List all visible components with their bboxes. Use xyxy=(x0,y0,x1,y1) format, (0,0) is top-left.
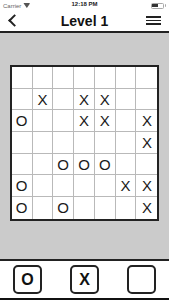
battery-icon xyxy=(151,3,164,9)
cell-r7c7[interactable]: X xyxy=(136,197,157,219)
cell-r7c2[interactable] xyxy=(33,197,54,219)
cell-r2c4[interactable]: X xyxy=(74,89,95,111)
cell-r2c1[interactable] xyxy=(12,89,33,111)
cell-r2c2[interactable]: X xyxy=(33,89,54,111)
cell-r3c4[interactable]: X xyxy=(74,110,95,132)
menu-button[interactable] xyxy=(146,16,161,25)
cell-r1c1[interactable] xyxy=(12,67,33,89)
board: XXXOXXXXOOOOXXOOX xyxy=(10,65,160,221)
cell-r6c2[interactable] xyxy=(33,175,54,197)
cell-r1c3[interactable] xyxy=(53,67,74,89)
cell-r1c2[interactable] xyxy=(33,67,54,89)
cell-r6c5[interactable] xyxy=(95,175,116,197)
back-button[interactable] xyxy=(8,14,22,28)
cell-r5c7[interactable] xyxy=(136,154,157,176)
cell-r7c6[interactable] xyxy=(116,197,137,219)
cell-r5c1[interactable] xyxy=(12,154,33,176)
cell-r5c2[interactable] xyxy=(33,154,54,176)
cell-r6c1[interactable]: O xyxy=(12,175,33,197)
cell-r4c2[interactable] xyxy=(33,132,54,154)
app-screen: Carrier 12:18 PM Level 1 XXXOXXXXOOOOXXO… xyxy=(0,0,169,300)
cell-r2c3[interactable] xyxy=(53,89,74,111)
cell-r3c5[interactable]: X xyxy=(95,110,116,132)
cell-r3c1[interactable]: O xyxy=(12,110,33,132)
menu-icon-bar xyxy=(146,20,161,22)
cell-r3c7[interactable]: X xyxy=(136,110,157,132)
cell-r2c7[interactable] xyxy=(136,89,157,111)
mark-o-button[interactable]: O xyxy=(13,265,42,294)
cell-r7c5[interactable] xyxy=(95,197,116,219)
cell-r4c1[interactable] xyxy=(12,132,33,154)
cell-r1c6[interactable] xyxy=(116,67,137,89)
cell-r3c2[interactable] xyxy=(33,110,54,132)
carrier-label: Carrier xyxy=(3,3,21,9)
cell-r5c6[interactable] xyxy=(116,154,137,176)
menu-icon-bar xyxy=(146,23,161,25)
battery-nub xyxy=(165,4,167,7)
cell-r6c6[interactable]: X xyxy=(116,175,137,197)
menu-icon xyxy=(146,16,161,18)
cell-r2c6[interactable] xyxy=(116,89,137,111)
cell-r3c6[interactable] xyxy=(116,110,137,132)
nav-bar: Level 1 xyxy=(0,10,169,33)
cell-r6c4[interactable] xyxy=(74,175,95,197)
cell-r7c1[interactable]: O xyxy=(12,197,33,219)
cell-r5c3[interactable]: O xyxy=(53,154,74,176)
cell-r6c7[interactable]: X xyxy=(136,175,157,197)
cell-r4c4[interactable] xyxy=(74,132,95,154)
cell-r7c3[interactable]: O xyxy=(53,197,74,219)
cell-r4c3[interactable] xyxy=(53,132,74,154)
cell-r5c5[interactable]: O xyxy=(95,154,116,176)
content-area: XXXOXXXXOOOOXXOOX xyxy=(0,33,169,259)
cell-r4c6[interactable] xyxy=(116,132,137,154)
cell-r5c4[interactable]: O xyxy=(74,154,95,176)
toolbar: O X xyxy=(0,259,169,300)
cell-r1c5[interactable] xyxy=(95,67,116,89)
back-chevron-icon xyxy=(8,14,21,27)
cell-r1c7[interactable] xyxy=(136,67,157,89)
cell-r3c3[interactable] xyxy=(53,110,74,132)
page-title: Level 1 xyxy=(0,13,169,29)
status-bar-right xyxy=(151,3,167,9)
status-bar-left: Carrier xyxy=(3,3,30,9)
battery-fill xyxy=(152,4,158,7)
erase-button[interactable] xyxy=(127,265,156,294)
status-bar: Carrier 12:18 PM xyxy=(0,0,169,10)
mark-x-button[interactable]: X xyxy=(70,265,99,294)
cell-r6c3[interactable] xyxy=(53,175,74,197)
cell-r1c4[interactable] xyxy=(74,67,95,89)
cell-r2c5[interactable]: X xyxy=(95,89,116,111)
cell-r4c7[interactable]: X xyxy=(136,132,157,154)
cell-r7c4[interactable] xyxy=(74,197,95,219)
cell-r4c5[interactable] xyxy=(95,132,116,154)
wifi-icon xyxy=(23,3,30,8)
